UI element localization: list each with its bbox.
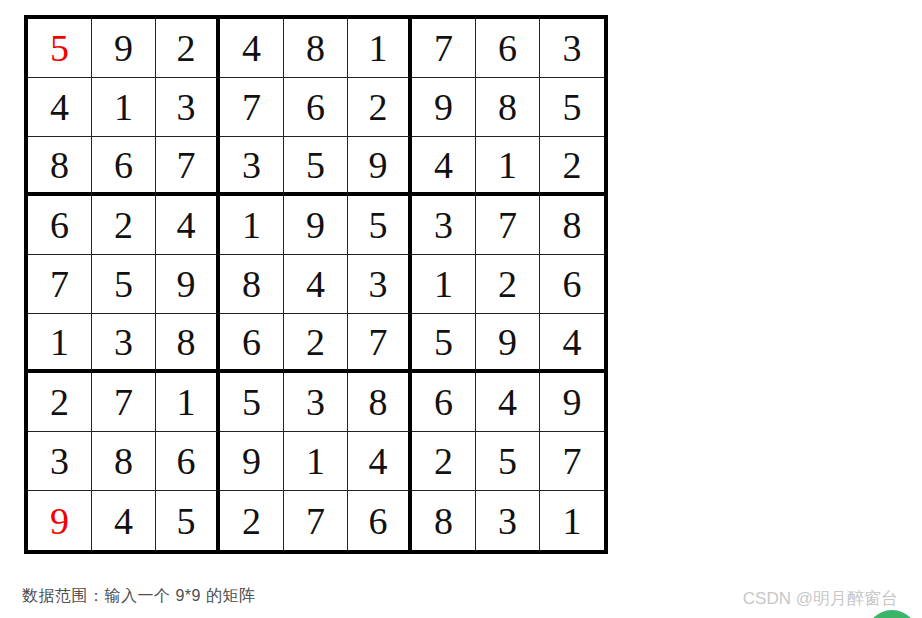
- sudoku-cell-r9c2: 4: [92, 491, 156, 550]
- sudoku-cell-r2c8: 8: [476, 78, 540, 137]
- sudoku-cell-r5c8: 2: [476, 255, 540, 314]
- sudoku-cell-r1c4: 4: [220, 19, 284, 78]
- sudoku-cell-r9c9: 1: [540, 491, 604, 550]
- sudoku-cell-r2c6: 2: [348, 78, 412, 137]
- sudoku-cell-r6c2: 3: [92, 314, 156, 373]
- sudoku-cell-r9c5: 7: [284, 491, 348, 550]
- sudoku-cell-r7c4: 5: [220, 373, 284, 432]
- sudoku-cell-r4c1: 6: [28, 196, 92, 255]
- sudoku-cell-r6c3: 8: [156, 314, 220, 373]
- sudoku-cell-r3c1: 8: [28, 137, 92, 196]
- sudoku-cell-r2c4: 7: [220, 78, 284, 137]
- sudoku-cell-r1c5: 8: [284, 19, 348, 78]
- sudoku-cell-r8c2: 8: [92, 432, 156, 491]
- sudoku-cell-r5c6: 3: [348, 255, 412, 314]
- sudoku-cell-r8c7: 2: [412, 432, 476, 491]
- sudoku-cell-r8c1: 3: [28, 432, 92, 491]
- sudoku-cell-r4c7: 3: [412, 196, 476, 255]
- page: 5924817634137629858673594126241953787598…: [0, 0, 922, 618]
- sudoku-cell-r7c9: 9: [540, 373, 604, 432]
- sudoku-cell-r6c5: 2: [284, 314, 348, 373]
- sudoku-cell-r8c5: 1: [284, 432, 348, 491]
- sudoku-cell-r9c3: 5: [156, 491, 220, 550]
- sudoku-cell-r8c8: 5: [476, 432, 540, 491]
- sudoku-cell-r9c7: 8: [412, 491, 476, 550]
- csdn-watermark: CSDN @明月醉窗台: [743, 587, 898, 610]
- sudoku-cell-r3c7: 4: [412, 137, 476, 196]
- sudoku-cell-r8c6: 4: [348, 432, 412, 491]
- sudoku-cell-r5c1: 7: [28, 255, 92, 314]
- sudoku-cell-r3c9: 2: [540, 137, 604, 196]
- sudoku-cell-r3c2: 6: [92, 137, 156, 196]
- sudoku-cell-r6c8: 9: [476, 314, 540, 373]
- sudoku-cell-r4c6: 5: [348, 196, 412, 255]
- sudoku-cell-r3c6: 9: [348, 137, 412, 196]
- sudoku-cell-r7c3: 1: [156, 373, 220, 432]
- sudoku-cell-r2c7: 9: [412, 78, 476, 137]
- sudoku-cell-r4c9: 8: [540, 196, 604, 255]
- sudoku-cell-r5c9: 6: [540, 255, 604, 314]
- data-range-caption: 数据范围：输入一个 9*9 的矩阵: [22, 586, 255, 607]
- sudoku-cell-r1c9: 3: [540, 19, 604, 78]
- sudoku-cell-r5c4: 8: [220, 255, 284, 314]
- sudoku-cell-r2c3: 3: [156, 78, 220, 137]
- sudoku-cell-r1c8: 6: [476, 19, 540, 78]
- sudoku-cell-r3c5: 5: [284, 137, 348, 196]
- sudoku-cell-r6c6: 7: [348, 314, 412, 373]
- sudoku-cell-r8c4: 9: [220, 432, 284, 491]
- sudoku-cell-r6c7: 5: [412, 314, 476, 373]
- sudoku-cell-r9c8: 3: [476, 491, 540, 550]
- sudoku-cell-r5c7: 1: [412, 255, 476, 314]
- sudoku-cell-r1c6: 1: [348, 19, 412, 78]
- sudoku-cell-r2c5: 6: [284, 78, 348, 137]
- floating-action-circle-icon[interactable]: [866, 610, 918, 618]
- sudoku-cell-r4c5: 9: [284, 196, 348, 255]
- sudoku-cell-r7c8: 4: [476, 373, 540, 432]
- sudoku-cell-r1c3: 2: [156, 19, 220, 78]
- sudoku-cell-r2c2: 1: [92, 78, 156, 137]
- sudoku-cell-r7c2: 7: [92, 373, 156, 432]
- sudoku-cell-r7c1: 2: [28, 373, 92, 432]
- sudoku-cell-r6c9: 4: [540, 314, 604, 373]
- sudoku-cell-r9c1: 9: [28, 491, 92, 550]
- sudoku-cell-r1c7: 7: [412, 19, 476, 78]
- sudoku-cell-r9c6: 6: [348, 491, 412, 550]
- sudoku-cell-r6c1: 1: [28, 314, 92, 373]
- sudoku-cell-r4c8: 7: [476, 196, 540, 255]
- sudoku-cell-r3c4: 3: [220, 137, 284, 196]
- sudoku-cell-r4c4: 1: [220, 196, 284, 255]
- sudoku-cell-r5c2: 5: [92, 255, 156, 314]
- sudoku-cell-r6c4: 6: [220, 314, 284, 373]
- sudoku-cell-r1c2: 9: [92, 19, 156, 78]
- sudoku-cell-r4c2: 2: [92, 196, 156, 255]
- sudoku-cell-r5c3: 9: [156, 255, 220, 314]
- sudoku-board: 5924817634137629858673594126241953787598…: [24, 15, 608, 554]
- sudoku-cell-r1c1: 5: [28, 19, 92, 78]
- sudoku-cell-r8c9: 7: [540, 432, 604, 491]
- sudoku-cell-r7c6: 8: [348, 373, 412, 432]
- sudoku-cell-r4c3: 4: [156, 196, 220, 255]
- sudoku-cell-r2c9: 5: [540, 78, 604, 137]
- sudoku-cell-r5c5: 4: [284, 255, 348, 314]
- sudoku-cell-r3c3: 7: [156, 137, 220, 196]
- sudoku-cell-r3c8: 1: [476, 137, 540, 196]
- sudoku-cell-r8c3: 6: [156, 432, 220, 491]
- sudoku-cell-r7c5: 3: [284, 373, 348, 432]
- sudoku-cell-r2c1: 4: [28, 78, 92, 137]
- sudoku-cell-r7c7: 6: [412, 373, 476, 432]
- sudoku-cell-r9c4: 2: [220, 491, 284, 550]
